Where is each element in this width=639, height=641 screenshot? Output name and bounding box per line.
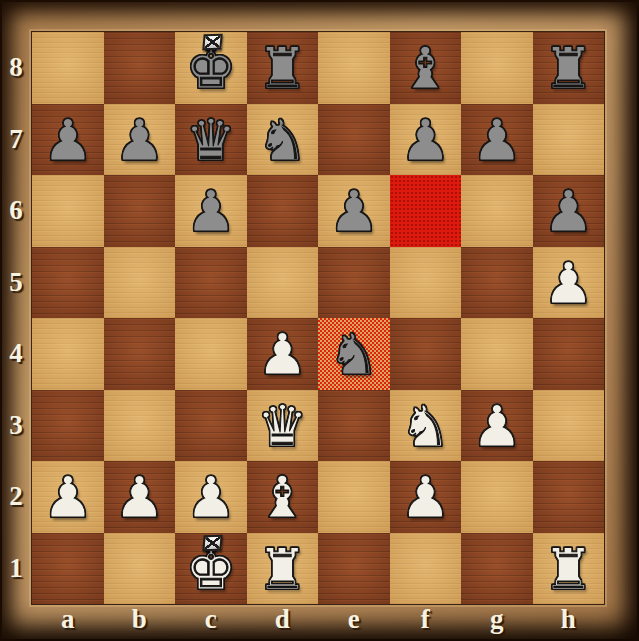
black-pawn[interactable]: ♟ (42, 112, 93, 169)
black-pawn[interactable]: ♟ (471, 112, 522, 169)
white-pawn[interactable]: ♟ (42, 469, 93, 526)
file-label-b: b (104, 604, 176, 639)
square-a1[interactable] (32, 533, 104, 605)
square-f6[interactable] (390, 175, 462, 247)
square-a5[interactable] (32, 247, 104, 319)
square-a7[interactable]: ♟ (32, 104, 104, 176)
square-b8[interactable] (104, 32, 176, 104)
square-g6[interactable] (461, 175, 533, 247)
square-c4[interactable] (175, 318, 247, 390)
black-knight[interactable]: ♞ (328, 326, 379, 383)
black-rook[interactable]: ♜ (543, 40, 594, 97)
square-h7[interactable] (533, 104, 605, 176)
square-g2[interactable] (461, 461, 533, 533)
square-d5[interactable] (247, 247, 319, 319)
square-d1[interactable]: ♜ (247, 533, 319, 605)
square-c7[interactable]: ♛ (175, 104, 247, 176)
square-h5[interactable]: ♟ (533, 247, 605, 319)
square-h3[interactable] (533, 390, 605, 462)
white-queen[interactable]: ♛ (257, 398, 308, 455)
square-b5[interactable] (104, 247, 176, 319)
king-flag-icon (202, 34, 222, 51)
rank-label-5: 5 (0, 247, 32, 319)
square-e7[interactable] (318, 104, 390, 176)
square-e8[interactable] (318, 32, 390, 104)
square-d4[interactable]: ♟ (247, 318, 319, 390)
file-label-f: f (390, 604, 462, 639)
white-bishop[interactable]: ♝ (257, 469, 308, 526)
square-h6[interactable]: ♟ (533, 175, 605, 247)
rank-label-8: 8 (0, 32, 32, 104)
black-pawn[interactable]: ♟ (185, 183, 236, 240)
square-e2[interactable] (318, 461, 390, 533)
white-pawn[interactable]: ♟ (257, 326, 308, 383)
black-pawn[interactable]: ♟ (543, 183, 594, 240)
square-g7[interactable]: ♟ (461, 104, 533, 176)
rank-labels: 8 7 6 5 4 3 2 1 (0, 32, 32, 604)
square-c2[interactable]: ♟ (175, 461, 247, 533)
rank-label-2: 2 (0, 461, 32, 533)
square-d8[interactable]: ♜ (247, 32, 319, 104)
rank-label-3: 3 (0, 390, 32, 462)
square-f1[interactable] (390, 533, 462, 605)
square-g5[interactable] (461, 247, 533, 319)
black-pawn[interactable]: ♟ (328, 183, 379, 240)
black-pawn[interactable]: ♟ (114, 112, 165, 169)
square-e5[interactable] (318, 247, 390, 319)
square-g3[interactable]: ♟ (461, 390, 533, 462)
square-b7[interactable]: ♟ (104, 104, 176, 176)
square-b2[interactable]: ♟ (104, 461, 176, 533)
square-f8[interactable]: ♝ (390, 32, 462, 104)
king-flag-icon (202, 534, 222, 551)
square-a4[interactable] (32, 318, 104, 390)
rank-label-6: 6 (0, 175, 32, 247)
white-pawn[interactable]: ♟ (471, 398, 522, 455)
white-rook[interactable]: ♜ (257, 541, 308, 598)
square-h2[interactable] (533, 461, 605, 533)
square-f5[interactable] (390, 247, 462, 319)
square-c1[interactable]: ♚ (175, 533, 247, 605)
square-e1[interactable] (318, 533, 390, 605)
black-bishop[interactable]: ♝ (400, 40, 451, 97)
square-h8[interactable]: ♜ (533, 32, 605, 104)
square-b3[interactable] (104, 390, 176, 462)
square-a2[interactable]: ♟ (32, 461, 104, 533)
black-pawn[interactable]: ♟ (400, 112, 451, 169)
square-d2[interactable]: ♝ (247, 461, 319, 533)
square-f2[interactable]: ♟ (390, 461, 462, 533)
chess-board-window: 8 7 6 5 4 3 2 1 ♚♜♝♜♟♟♛♞♟♟♟♟♟♟♟♞♛♞♟♟♟♟♝♟… (0, 0, 639, 641)
black-knight[interactable]: ♞ (257, 112, 308, 169)
file-label-g: g (461, 604, 533, 639)
square-b4[interactable] (104, 318, 176, 390)
square-f3[interactable]: ♞ (390, 390, 462, 462)
square-c3[interactable] (175, 390, 247, 462)
square-a6[interactable] (32, 175, 104, 247)
square-e6[interactable]: ♟ (318, 175, 390, 247)
white-pawn[interactable]: ♟ (185, 469, 236, 526)
white-pawn[interactable]: ♟ (114, 469, 165, 526)
white-knight[interactable]: ♞ (400, 398, 451, 455)
black-queen[interactable]: ♛ (185, 112, 236, 169)
chess-board: ♚♜♝♜♟♟♛♞♟♟♟♟♟♟♟♞♛♞♟♟♟♟♝♟♚♜♜ (32, 32, 604, 604)
square-d7[interactable]: ♞ (247, 104, 319, 176)
file-labels: a b c d e f g h (32, 604, 604, 639)
square-g8[interactable] (461, 32, 533, 104)
square-h1[interactable]: ♜ (533, 533, 605, 605)
square-d3[interactable]: ♛ (247, 390, 319, 462)
square-c5[interactable] (175, 247, 247, 319)
square-d6[interactable] (247, 175, 319, 247)
square-b6[interactable] (104, 175, 176, 247)
square-h4[interactable] (533, 318, 605, 390)
square-f7[interactable]: ♟ (390, 104, 462, 176)
square-f4[interactable] (390, 318, 462, 390)
white-rook[interactable]: ♜ (543, 541, 594, 598)
square-a8[interactable] (32, 32, 104, 104)
square-g1[interactable] (461, 533, 533, 605)
file-label-h: h (533, 604, 605, 639)
rank-label-7: 7 (0, 104, 32, 176)
black-rook[interactable]: ♜ (257, 40, 308, 97)
square-c8[interactable]: ♚ (175, 32, 247, 104)
white-pawn[interactable]: ♟ (400, 469, 451, 526)
file-label-a: a (32, 604, 104, 639)
square-e3[interactable] (318, 390, 390, 462)
square-c6[interactable]: ♟ (175, 175, 247, 247)
rank-label-1: 1 (0, 533, 32, 605)
square-a3[interactable] (32, 390, 104, 462)
square-g4[interactable] (461, 318, 533, 390)
white-pawn[interactable]: ♟ (543, 255, 594, 312)
square-b1[interactable] (104, 533, 176, 605)
file-label-d: d (247, 604, 319, 639)
file-label-c: c (175, 604, 247, 639)
rank-label-4: 4 (0, 318, 32, 390)
square-e4[interactable]: ♞ (318, 318, 390, 390)
file-label-e: e (318, 604, 390, 639)
